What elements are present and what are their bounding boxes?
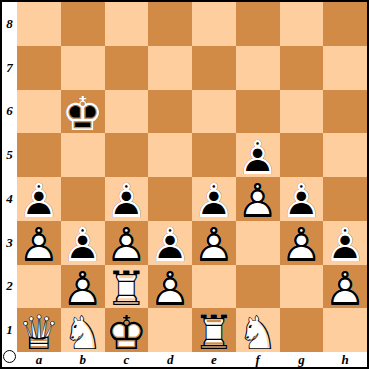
piece-black-pawn[interactable]: ♟♙ — [61, 221, 105, 265]
square-c7[interactable] — [105, 46, 149, 90]
piece-black-pawn[interactable]: ♟♙ — [17, 177, 61, 221]
piece-outline-glyph: ♖ — [105, 267, 149, 311]
square-e1[interactable]: ♜♖ — [192, 308, 236, 352]
piece-outline-glyph: ♙ — [236, 135, 280, 179]
square-a3[interactable]: ♟♙ — [17, 221, 61, 265]
square-c2[interactable]: ♜♖ — [105, 265, 149, 309]
square-g6[interactable] — [280, 90, 324, 134]
square-g1[interactable] — [280, 308, 324, 352]
square-h2[interactable]: ♟♙ — [323, 265, 367, 309]
square-b5[interactable] — [61, 133, 105, 177]
rank-label-5: 5 — [2, 133, 17, 177]
piece-fill-glyph: ♚ — [61, 92, 105, 136]
square-f8[interactable] — [236, 2, 280, 46]
piece-fill-glyph: ♞ — [61, 310, 105, 354]
piece-outline-glyph: ♙ — [17, 179, 61, 223]
piece-white-king[interactable]: ♚♔ — [105, 308, 149, 352]
square-d4[interactable] — [148, 177, 192, 221]
file-label-e: e — [192, 352, 236, 368]
piece-fill-glyph: ♟ — [61, 267, 105, 311]
piece-fill-glyph: ♟ — [236, 179, 280, 223]
piece-outline-glyph: ♙ — [17, 223, 61, 267]
file-label-b: b — [61, 352, 105, 368]
piece-white-rook[interactable]: ♜♖ — [105, 265, 149, 309]
square-e2[interactable] — [192, 265, 236, 309]
piece-outline-glyph: ♙ — [236, 179, 280, 223]
square-b1[interactable]: ♞♘ — [61, 308, 105, 352]
piece-outline-glyph: ♙ — [148, 267, 192, 311]
piece-outline-glyph: ♙ — [323, 267, 367, 311]
square-d2[interactable]: ♟♙ — [148, 265, 192, 309]
chess-board: ♚♔♟♙♟♙♟♙♟♙♟♙♟♙♟♙♟♙♟♙♟♙♟♙♟♙♟♙♟♙♜♖♟♙♟♙♛♕♞♘… — [17, 2, 367, 352]
square-f4[interactable]: ♟♙ — [236, 177, 280, 221]
square-a2[interactable] — [17, 265, 61, 309]
square-f5[interactable]: ♟♙ — [236, 133, 280, 177]
square-c4[interactable]: ♟♙ — [105, 177, 149, 221]
piece-fill-glyph: ♛ — [17, 310, 61, 354]
square-b3[interactable]: ♟♙ — [61, 221, 105, 265]
piece-outline-glyph: ♙ — [192, 179, 236, 223]
square-d3[interactable]: ♟♙ — [148, 221, 192, 265]
piece-white-queen[interactable]: ♛♕ — [17, 308, 61, 352]
square-a5[interactable] — [17, 133, 61, 177]
square-d1[interactable] — [148, 308, 192, 352]
rank-label-6: 6 — [2, 90, 17, 134]
rank-label-7: 7 — [2, 46, 17, 90]
square-e3[interactable]: ♟♙ — [192, 221, 236, 265]
square-d7[interactable] — [148, 46, 192, 90]
piece-fill-glyph: ♟ — [17, 223, 61, 267]
piece-fill-glyph: ♟ — [236, 135, 280, 179]
piece-black-king[interactable]: ♚♔ — [61, 90, 105, 134]
file-label-h: h — [323, 352, 367, 368]
piece-outline-glyph: ♘ — [236, 310, 280, 354]
piece-fill-glyph: ♞ — [236, 310, 280, 354]
square-a8[interactable] — [17, 2, 61, 46]
file-label-a: a — [17, 352, 61, 368]
piece-white-pawn[interactable]: ♟♙ — [17, 221, 61, 265]
square-f2[interactable] — [236, 265, 280, 309]
square-h8[interactable] — [323, 2, 367, 46]
square-d8[interactable] — [148, 2, 192, 46]
square-e5[interactable] — [192, 133, 236, 177]
file-label-c: c — [105, 352, 149, 368]
piece-fill-glyph: ♟ — [323, 223, 367, 267]
square-h3[interactable]: ♟♙ — [323, 221, 367, 265]
file-label-f: f — [236, 352, 280, 368]
piece-white-knight[interactable]: ♞♘ — [236, 308, 280, 352]
square-c6[interactable] — [105, 90, 149, 134]
rank-labels: 8 7 6 5 4 3 2 1 — [2, 2, 17, 352]
piece-fill-glyph: ♟ — [17, 179, 61, 223]
square-e4[interactable]: ♟♙ — [192, 177, 236, 221]
piece-outline-glyph: ♔ — [105, 310, 149, 354]
piece-fill-glyph: ♟ — [280, 179, 324, 223]
square-h1[interactable] — [323, 308, 367, 352]
square-b8[interactable] — [61, 2, 105, 46]
square-c8[interactable] — [105, 2, 149, 46]
file-label-g: g — [280, 352, 324, 368]
piece-outline-glyph: ♘ — [61, 310, 105, 354]
square-g4[interactable]: ♟♙ — [280, 177, 324, 221]
square-d6[interactable] — [148, 90, 192, 134]
square-c3[interactable]: ♟♙ — [105, 221, 149, 265]
piece-outline-glyph: ♙ — [61, 223, 105, 267]
piece-fill-glyph: ♜ — [105, 267, 149, 311]
piece-fill-glyph: ♚ — [105, 310, 149, 354]
square-h4[interactable] — [323, 177, 367, 221]
rank-label-2: 2 — [2, 265, 17, 309]
square-e7[interactable] — [192, 46, 236, 90]
piece-black-pawn[interactable]: ♟♙ — [323, 221, 367, 265]
square-b6[interactable]: ♚♔ — [61, 90, 105, 134]
rank-label-4: 4 — [2, 177, 17, 221]
square-d5[interactable] — [148, 133, 192, 177]
square-f7[interactable] — [236, 46, 280, 90]
square-f1[interactable]: ♞♘ — [236, 308, 280, 352]
square-a1[interactable]: ♛♕ — [17, 308, 61, 352]
rank-label-1: 1 — [2, 308, 17, 352]
piece-black-pawn[interactable]: ♟♙ — [192, 177, 236, 221]
square-c1[interactable]: ♚♔ — [105, 308, 149, 352]
piece-white-pawn[interactable]: ♟♙ — [61, 265, 105, 309]
piece-white-pawn[interactable]: ♟♙ — [148, 265, 192, 309]
square-f3[interactable] — [236, 221, 280, 265]
piece-outline-glyph: ♔ — [61, 92, 105, 136]
square-e6[interactable] — [192, 90, 236, 134]
piece-fill-glyph: ♟ — [148, 223, 192, 267]
square-h5[interactable] — [323, 133, 367, 177]
piece-fill-glyph: ♟ — [105, 223, 149, 267]
piece-black-pawn[interactable]: ♟♙ — [280, 177, 324, 221]
piece-white-pawn[interactable]: ♟♙ — [280, 221, 324, 265]
file-labels: a b c d e f g h — [17, 352, 367, 367]
square-b2[interactable]: ♟♙ — [61, 265, 105, 309]
piece-white-pawn[interactable]: ♟♙ — [236, 177, 280, 221]
piece-outline-glyph: ♙ — [280, 179, 324, 223]
piece-outline-glyph: ♙ — [105, 223, 149, 267]
piece-outline-glyph: ♖ — [192, 310, 236, 354]
square-g8[interactable] — [280, 2, 324, 46]
square-a6[interactable] — [17, 90, 61, 134]
piece-black-pawn[interactable]: ♟♙ — [236, 133, 280, 177]
piece-fill-glyph: ♟ — [105, 179, 149, 223]
rank-label-3: 3 — [2, 221, 17, 265]
chessboard-frame: ♚♔♟♙♟♙♟♙♟♙♟♙♟♙♟♙♟♙♟♙♟♙♟♙♟♙♟♙♟♙♜♖♟♙♟♙♛♕♞♘… — [0, 0, 369, 369]
piece-fill-glyph: ♟ — [192, 223, 236, 267]
square-h7[interactable] — [323, 46, 367, 90]
square-e8[interactable] — [192, 2, 236, 46]
piece-white-rook[interactable]: ♜♖ — [192, 308, 236, 352]
piece-outline-glyph: ♙ — [61, 267, 105, 311]
piece-fill-glyph: ♟ — [280, 223, 324, 267]
square-g3[interactable]: ♟♙ — [280, 221, 324, 265]
piece-outline-glyph: ♙ — [280, 223, 324, 267]
square-c5[interactable] — [105, 133, 149, 177]
square-g7[interactable] — [280, 46, 324, 90]
piece-fill-glyph: ♟ — [61, 223, 105, 267]
piece-white-pawn[interactable]: ♟♙ — [323, 265, 367, 309]
square-g2[interactable] — [280, 265, 324, 309]
piece-outline-glyph: ♙ — [192, 223, 236, 267]
square-b7[interactable] — [61, 46, 105, 90]
piece-fill-glyph: ♜ — [192, 310, 236, 354]
piece-black-pawn[interactable]: ♟♙ — [148, 221, 192, 265]
piece-outline-glyph: ♙ — [148, 223, 192, 267]
square-g5[interactable] — [280, 133, 324, 177]
square-a4[interactable]: ♟♙ — [17, 177, 61, 221]
file-label-d: d — [148, 352, 192, 368]
square-f6[interactable] — [236, 90, 280, 134]
piece-black-pawn[interactable]: ♟♙ — [105, 177, 149, 221]
white-to-move-indicator — [3, 350, 16, 363]
square-h6[interactable] — [323, 90, 367, 134]
piece-outline-glyph: ♕ — [17, 310, 61, 354]
piece-white-pawn[interactable]: ♟♙ — [192, 221, 236, 265]
piece-fill-glyph: ♟ — [323, 267, 367, 311]
piece-fill-glyph: ♟ — [192, 179, 236, 223]
square-a7[interactable] — [17, 46, 61, 90]
rank-label-8: 8 — [2, 2, 17, 46]
square-b4[interactable] — [61, 177, 105, 221]
piece-outline-glyph: ♙ — [105, 179, 149, 223]
piece-white-knight[interactable]: ♞♘ — [61, 308, 105, 352]
piece-white-pawn[interactable]: ♟♙ — [105, 221, 149, 265]
piece-fill-glyph: ♟ — [148, 267, 192, 311]
piece-outline-glyph: ♙ — [323, 223, 367, 267]
